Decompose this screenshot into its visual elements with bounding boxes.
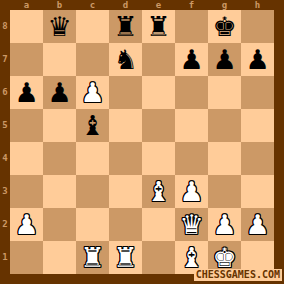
black-rook-d8[interactable]: ♜	[109, 10, 142, 43]
square-a4[interactable]	[10, 142, 43, 175]
white-pawn-g2[interactable]: ♟	[208, 208, 241, 241]
square-h2[interactable]: ♟	[241, 208, 274, 241]
square-e2[interactable]	[142, 208, 175, 241]
square-d5[interactable]	[109, 109, 142, 142]
square-c3[interactable]	[76, 175, 109, 208]
square-d6[interactable]	[109, 76, 142, 109]
black-knight-d7[interactable]: ♞	[109, 43, 142, 76]
square-g6[interactable]	[208, 76, 241, 109]
rank-label-4: 4	[0, 142, 10, 175]
square-a3[interactable]	[10, 175, 43, 208]
rank-label-2: 2	[0, 208, 10, 241]
white-rook-c1[interactable]: ♜	[76, 241, 109, 274]
white-queen-f2[interactable]: ♛	[175, 208, 208, 241]
black-pawn-a6[interactable]: ♟	[10, 76, 43, 109]
square-b4[interactable]	[43, 142, 76, 175]
rank-label-1: 1	[0, 241, 10, 274]
square-d3[interactable]	[109, 175, 142, 208]
black-pawn-f7[interactable]: ♟	[175, 43, 208, 76]
square-h4[interactable]	[241, 142, 274, 175]
square-b2[interactable]	[43, 208, 76, 241]
square-b5[interactable]	[43, 109, 76, 142]
square-f7[interactable]: ♟	[175, 43, 208, 76]
rank-label-6: 6	[0, 76, 10, 109]
chess-board: ♛♜♜♚♞♟♟♟♟♟♟♝♝♟♟♛♟♟♜♜♝♚	[10, 10, 274, 274]
white-rook-d1[interactable]: ♜	[109, 241, 142, 274]
square-a8[interactable]	[10, 10, 43, 43]
square-f8[interactable]	[175, 10, 208, 43]
square-f3[interactable]: ♟	[175, 175, 208, 208]
square-g4[interactable]	[208, 142, 241, 175]
square-d1[interactable]: ♜	[109, 241, 142, 274]
square-b3[interactable]	[43, 175, 76, 208]
square-g8[interactable]: ♚	[208, 10, 241, 43]
file-labels: abcdefgh	[10, 0, 274, 10]
rank-label-7: 7	[0, 43, 10, 76]
black-king-g8[interactable]: ♚	[208, 10, 241, 43]
square-h3[interactable]	[241, 175, 274, 208]
square-a6[interactable]: ♟	[10, 76, 43, 109]
square-c5[interactable]: ♝	[76, 109, 109, 142]
square-a7[interactable]	[10, 43, 43, 76]
black-bishop-c5[interactable]: ♝	[76, 109, 109, 142]
square-e8[interactable]: ♜	[142, 10, 175, 43]
rank-labels: 87654321	[0, 10, 10, 274]
square-h8[interactable]	[241, 10, 274, 43]
square-d4[interactable]	[109, 142, 142, 175]
square-d8[interactable]: ♜	[109, 10, 142, 43]
square-h5[interactable]	[241, 109, 274, 142]
square-h7[interactable]: ♟	[241, 43, 274, 76]
black-pawn-h7[interactable]: ♟	[241, 43, 274, 76]
square-a5[interactable]	[10, 109, 43, 142]
white-pawn-f3[interactable]: ♟	[175, 175, 208, 208]
square-h6[interactable]	[241, 76, 274, 109]
square-c6[interactable]: ♟	[76, 76, 109, 109]
square-b6[interactable]: ♟	[43, 76, 76, 109]
rank-label-5: 5	[0, 109, 10, 142]
square-b8[interactable]: ♛	[43, 10, 76, 43]
black-pawn-b6[interactable]: ♟	[43, 76, 76, 109]
square-f4[interactable]	[175, 142, 208, 175]
square-e1[interactable]	[142, 241, 175, 274]
square-c8[interactable]	[76, 10, 109, 43]
square-f2[interactable]: ♛	[175, 208, 208, 241]
square-c2[interactable]	[76, 208, 109, 241]
square-f5[interactable]	[175, 109, 208, 142]
square-g2[interactable]: ♟	[208, 208, 241, 241]
black-queen-b8[interactable]: ♛	[43, 10, 76, 43]
black-pawn-g7[interactable]: ♟	[208, 43, 241, 76]
square-f6[interactable]	[175, 76, 208, 109]
white-bishop-e3[interactable]: ♝	[142, 175, 175, 208]
square-b1[interactable]	[43, 241, 76, 274]
square-e3[interactable]: ♝	[142, 175, 175, 208]
rank-label-8: 8	[0, 10, 10, 43]
square-e4[interactable]	[142, 142, 175, 175]
white-pawn-a2[interactable]: ♟	[10, 208, 43, 241]
white-pawn-c6[interactable]: ♟	[76, 76, 109, 109]
rank-label-3: 3	[0, 175, 10, 208]
square-e6[interactable]	[142, 76, 175, 109]
square-g3[interactable]	[208, 175, 241, 208]
square-c1[interactable]: ♜	[76, 241, 109, 274]
square-g5[interactable]	[208, 109, 241, 142]
watermark: CHESSGAMES.COM	[194, 269, 282, 281]
square-c4[interactable]	[76, 142, 109, 175]
square-e5[interactable]	[142, 109, 175, 142]
square-g7[interactable]: ♟	[208, 43, 241, 76]
square-a2[interactable]: ♟	[10, 208, 43, 241]
square-d2[interactable]	[109, 208, 142, 241]
black-rook-e8[interactable]: ♜	[142, 10, 175, 43]
square-c7[interactable]	[76, 43, 109, 76]
chess-diagram-frame: abcdefgh 87654321 ♛♜♜♚♞♟♟♟♟♟♟♝♝♟♟♛♟♟♜♜♝♚…	[0, 0, 284, 284]
square-d7[interactable]: ♞	[109, 43, 142, 76]
square-a1[interactable]	[10, 241, 43, 274]
square-b7[interactable]	[43, 43, 76, 76]
square-e7[interactable]	[142, 43, 175, 76]
white-pawn-h2[interactable]: ♟	[241, 208, 274, 241]
